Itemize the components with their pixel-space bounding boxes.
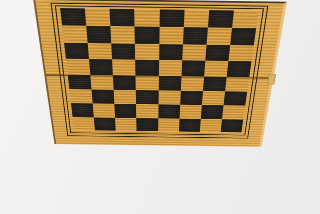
board-perspective-wrapper xyxy=(33,0,287,147)
square-r7c2[interactable] xyxy=(93,104,115,118)
square-r2c2[interactable] xyxy=(86,26,111,43)
board-grid xyxy=(60,8,259,132)
square-r1c1[interactable] xyxy=(60,8,86,26)
square-r7c6[interactable] xyxy=(179,105,201,119)
square-r2c1[interactable] xyxy=(62,26,88,43)
square-r5c3[interactable] xyxy=(113,75,136,90)
square-r2c7[interactable] xyxy=(206,28,232,45)
square-r4c5[interactable] xyxy=(158,60,181,76)
square-r1c3[interactable] xyxy=(110,9,135,27)
square-r6c7[interactable] xyxy=(202,91,225,105)
square-r5c2[interactable] xyxy=(90,75,113,90)
square-r8c7[interactable] xyxy=(200,119,222,132)
square-r7c1[interactable] xyxy=(71,103,94,117)
square-r2c3[interactable] xyxy=(111,26,136,43)
square-r5c4[interactable] xyxy=(136,75,159,90)
photo-background xyxy=(0,0,320,214)
square-r1c6[interactable] xyxy=(183,10,209,28)
square-r3c2[interactable] xyxy=(88,43,113,59)
square-r8c3[interactable] xyxy=(115,118,137,131)
square-r5c7[interactable] xyxy=(203,76,227,91)
square-r4c7[interactable] xyxy=(204,61,228,77)
square-r7c5[interactable] xyxy=(158,105,180,119)
square-r6c2[interactable] xyxy=(92,89,115,104)
square-r3c6[interactable] xyxy=(182,44,206,60)
square-r5c8[interactable] xyxy=(225,76,249,91)
square-r3c7[interactable] xyxy=(205,45,230,61)
square-r4c2[interactable] xyxy=(89,59,113,75)
square-r8c8[interactable] xyxy=(221,119,244,132)
square-r2c4[interactable] xyxy=(135,27,159,44)
square-r1c4[interactable] xyxy=(135,9,160,27)
square-r4c8[interactable] xyxy=(227,61,252,77)
square-r7c7[interactable] xyxy=(201,105,224,119)
square-r1c7[interactable] xyxy=(208,10,234,28)
square-r4c6[interactable] xyxy=(181,60,205,76)
square-r3c4[interactable] xyxy=(135,44,159,60)
square-r7c3[interactable] xyxy=(115,104,137,118)
square-r6c4[interactable] xyxy=(136,90,158,105)
square-r8c1[interactable] xyxy=(73,117,95,130)
square-r7c8[interactable] xyxy=(222,105,245,119)
square-r8c2[interactable] xyxy=(94,117,116,130)
square-r1c5[interactable] xyxy=(159,9,184,27)
square-r8c4[interactable] xyxy=(137,118,158,131)
square-r3c5[interactable] xyxy=(159,44,183,60)
board-rotation-wrapper xyxy=(30,0,287,208)
square-r1c8[interactable] xyxy=(232,10,259,28)
square-r4c1[interactable] xyxy=(66,59,90,75)
square-r2c6[interactable] xyxy=(183,27,208,44)
square-r6c5[interactable] xyxy=(158,90,180,105)
square-r6c3[interactable] xyxy=(114,90,136,105)
square-r6c1[interactable] xyxy=(69,89,92,104)
hinge xyxy=(267,74,276,85)
square-r6c8[interactable] xyxy=(223,91,247,105)
square-r5c5[interactable] xyxy=(158,76,181,91)
square-r2c5[interactable] xyxy=(159,27,183,44)
square-r6c6[interactable] xyxy=(180,91,203,105)
square-r8c5[interactable] xyxy=(158,118,180,131)
square-r8c6[interactable] xyxy=(179,118,201,131)
game-board xyxy=(33,0,287,147)
square-r3c1[interactable] xyxy=(64,43,89,59)
square-r1c2[interactable] xyxy=(85,8,111,26)
square-r7c4[interactable] xyxy=(136,104,158,118)
square-r2c8[interactable] xyxy=(230,28,256,45)
square-r5c1[interactable] xyxy=(68,74,92,89)
square-r4c3[interactable] xyxy=(112,59,135,75)
square-r4c4[interactable] xyxy=(136,60,159,76)
square-r3c8[interactable] xyxy=(228,45,253,61)
square-r5c6[interactable] xyxy=(181,76,204,91)
square-r3c3[interactable] xyxy=(111,43,135,59)
